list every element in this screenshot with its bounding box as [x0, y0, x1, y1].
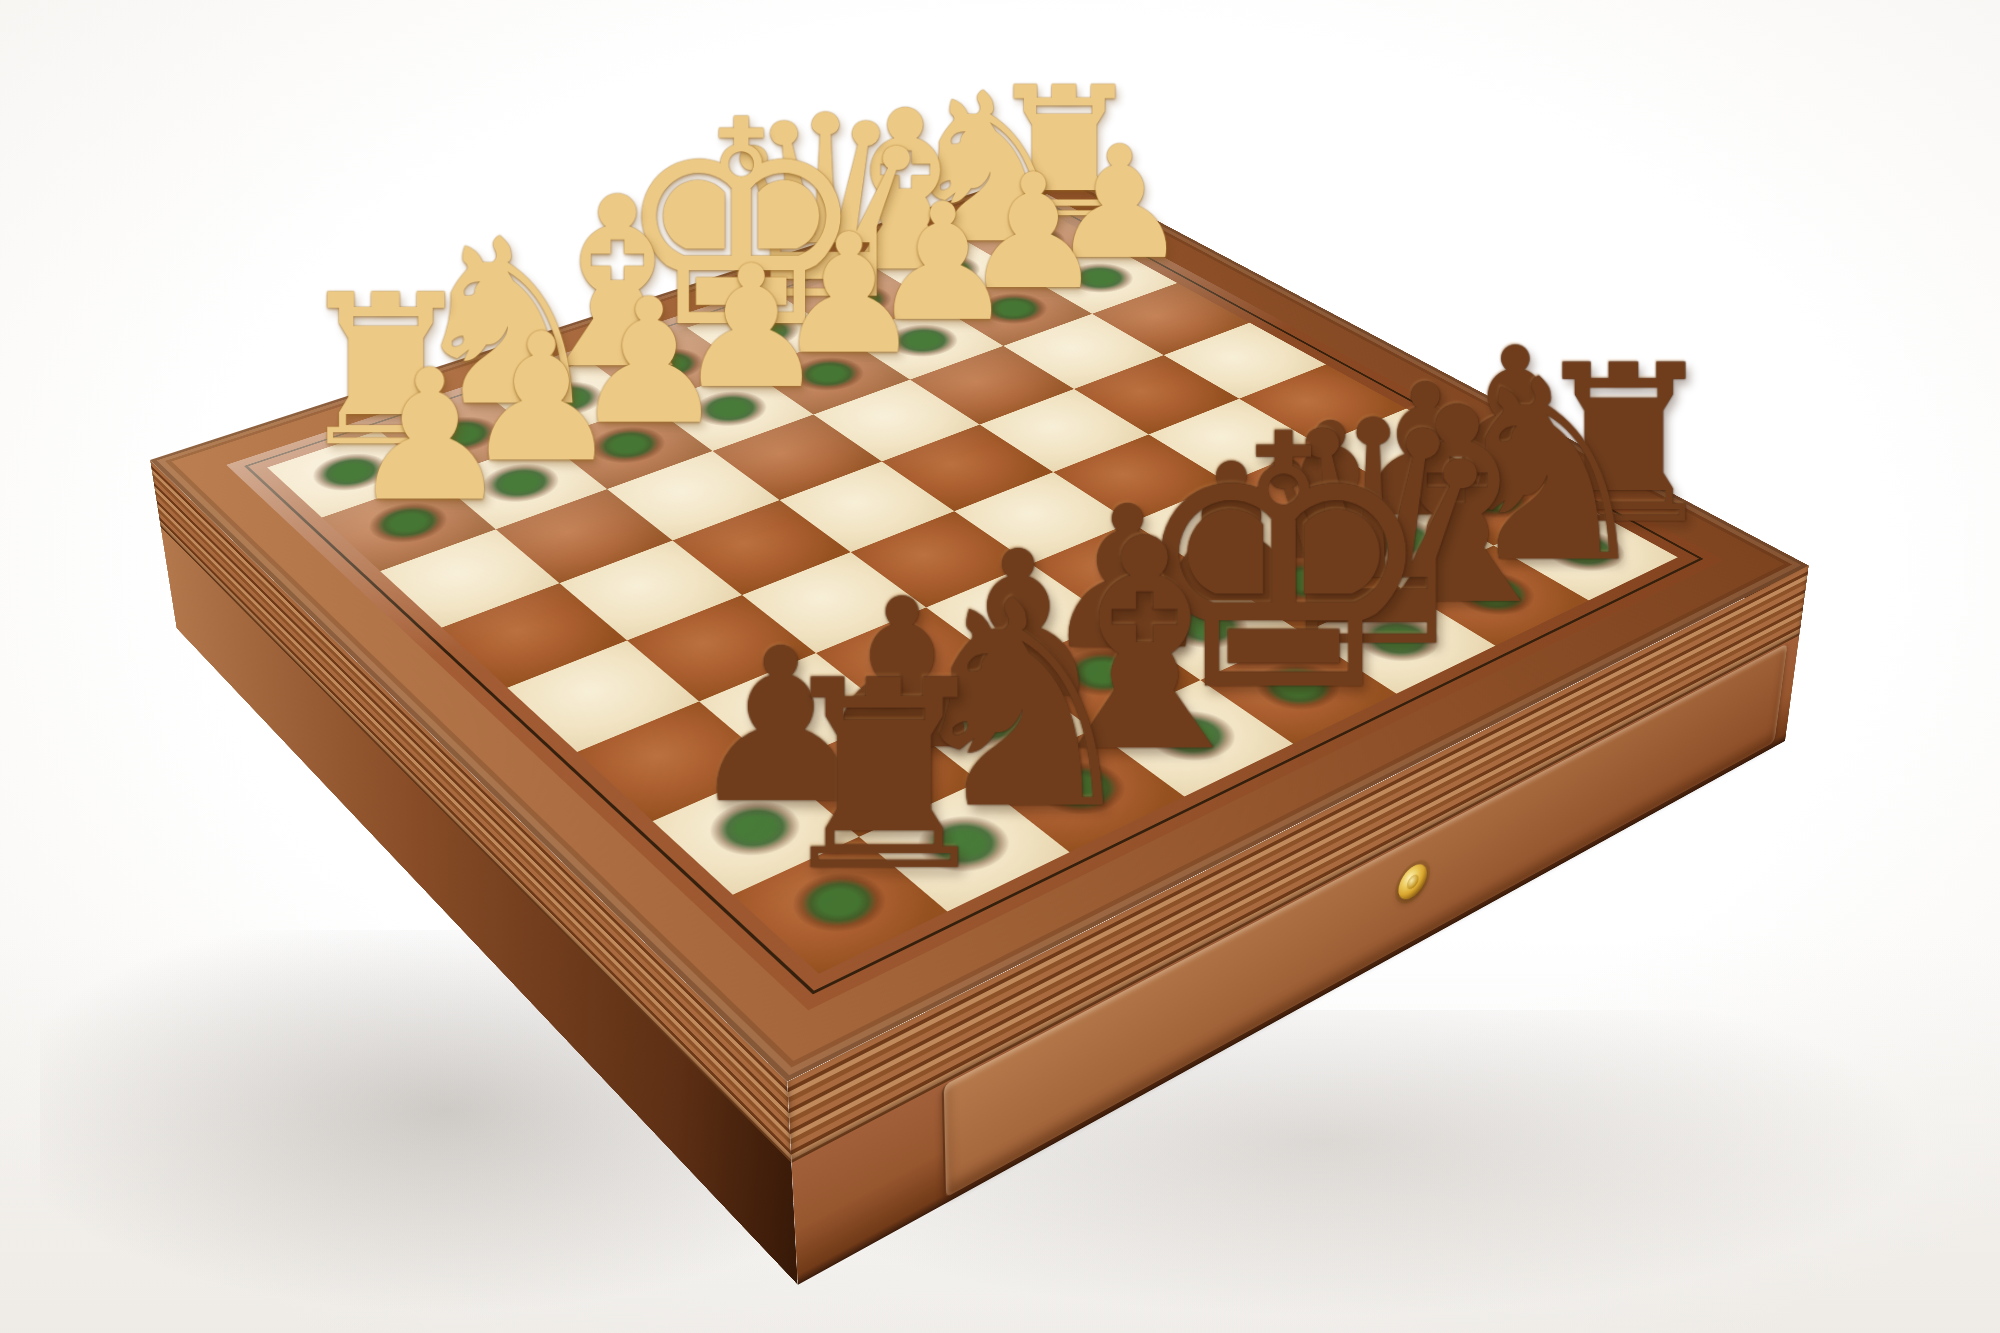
photo-scene: ♜♞♝♛♚♝♞♜♟♟♟♟♟♟♟♟♟♟♟♟♟♟♟♟♜♞♝♛♚♝♞♜: [0, 0, 2000, 1333]
brass-drawer-knob[interactable]: [1398, 858, 1428, 905]
chess-piece-glyph: ♟: [349, 346, 476, 527]
chess-piece-glyph: ♜: [768, 647, 923, 908]
